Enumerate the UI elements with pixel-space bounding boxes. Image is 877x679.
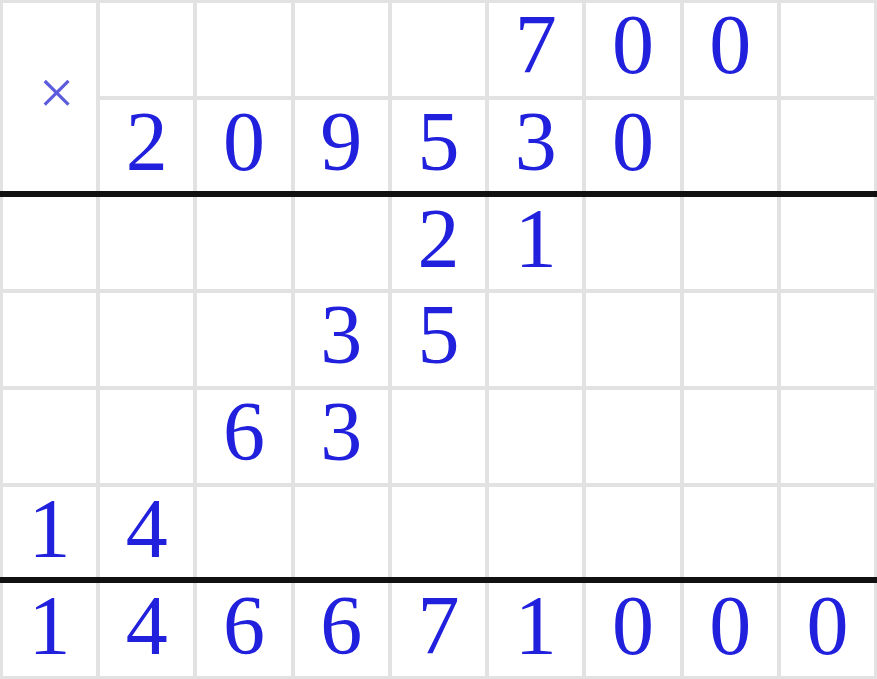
empty-cell-r4c7 bbox=[586, 293, 679, 386]
digit-cell-r7c5: 7 bbox=[392, 583, 485, 676]
empty-cell-r5c6 bbox=[489, 390, 582, 483]
empty-cell-r6c8 bbox=[684, 487, 777, 580]
empty-cell-r2c8 bbox=[684, 100, 777, 193]
digit-cell-r6c2: 4 bbox=[100, 487, 193, 580]
digit-cell-r2c2: 2 bbox=[100, 100, 193, 193]
digit-cell-r7c7: 0 bbox=[586, 583, 679, 676]
digit-cell-r7c4: 6 bbox=[295, 583, 388, 676]
digit-cell-r7c2: 4 bbox=[100, 583, 193, 676]
empty-cell-r6c5 bbox=[392, 487, 485, 580]
empty-cell-r5c2 bbox=[100, 390, 193, 483]
empty-cell-r3c2 bbox=[100, 196, 193, 289]
digit-cell-r7c6: 1 bbox=[489, 583, 582, 676]
empty-cell-r4c3 bbox=[197, 293, 290, 386]
empty-cell-r3c8 bbox=[684, 196, 777, 289]
empty-cell-r4c2 bbox=[100, 293, 193, 386]
digit-cell-r2c6: 3 bbox=[489, 100, 582, 193]
empty-cell-r3c3 bbox=[197, 196, 290, 289]
digit-cell-r5c4: 3 bbox=[295, 390, 388, 483]
empty-cell-r1c4 bbox=[295, 3, 388, 96]
empty-cell-r4c9 bbox=[781, 293, 874, 386]
digit-cell-r2c3: 0 bbox=[197, 100, 290, 193]
digit-cell-r1c6: 7 bbox=[489, 3, 582, 96]
digit-cell-r2c5: 5 bbox=[392, 100, 485, 193]
digit-cell-r6c1: 1 bbox=[3, 487, 96, 580]
empty-cell-r4c8 bbox=[684, 293, 777, 386]
empty-cell-r5c7 bbox=[586, 390, 679, 483]
digit-cell-r3c5: 2 bbox=[392, 196, 485, 289]
digit-cell-r3c6: 1 bbox=[489, 196, 582, 289]
empty-cell-r6c3 bbox=[197, 487, 290, 580]
digit-cell-r4c4: 3 bbox=[295, 293, 388, 386]
digit-cell-r7c9: 0 bbox=[781, 583, 874, 676]
digit-cell-r7c3: 6 bbox=[197, 583, 290, 676]
empty-cell-r3c4 bbox=[295, 196, 388, 289]
digit-cell-r7c1: 1 bbox=[3, 583, 96, 676]
empty-cell-r4c1 bbox=[3, 293, 96, 386]
multiplication-grid: × 70020953021356314146671000 bbox=[0, 0, 877, 679]
digit-cell-r1c7: 0 bbox=[586, 3, 679, 96]
empty-cell-r5c5 bbox=[392, 390, 485, 483]
empty-cell-r3c9 bbox=[781, 196, 874, 289]
empty-cell-r3c1 bbox=[3, 196, 96, 289]
multiply-icon: × bbox=[39, 61, 75, 125]
empty-cell-r2c9 bbox=[781, 100, 874, 193]
digit-cell-r1c8: 0 bbox=[684, 3, 777, 96]
empty-cell-r1c5 bbox=[392, 3, 485, 96]
empty-cell-r5c1 bbox=[3, 390, 96, 483]
digit-cell-r5c3: 6 bbox=[197, 390, 290, 483]
empty-cell-r5c9 bbox=[781, 390, 874, 483]
empty-cell-r5c8 bbox=[684, 390, 777, 483]
rule-line-under-partial-products bbox=[0, 577, 877, 583]
rule-line-under-factors bbox=[0, 191, 877, 197]
empty-cell-r1c2 bbox=[100, 3, 193, 96]
operator-cell: × bbox=[3, 3, 96, 192]
empty-cell-r6c9 bbox=[781, 487, 874, 580]
empty-cell-r1c3 bbox=[197, 3, 290, 96]
empty-cell-r6c6 bbox=[489, 487, 582, 580]
digit-cell-r2c7: 0 bbox=[586, 100, 679, 193]
empty-cell-r6c4 bbox=[295, 487, 388, 580]
empty-cell-r3c7 bbox=[586, 196, 679, 289]
digit-cell-r2c4: 9 bbox=[295, 100, 388, 193]
empty-cell-r4c6 bbox=[489, 293, 582, 386]
digit-cell-r7c8: 0 bbox=[684, 583, 777, 676]
empty-cell-r6c7 bbox=[586, 487, 679, 580]
digit-cell-r4c5: 5 bbox=[392, 293, 485, 386]
empty-cell-r1c9 bbox=[781, 3, 874, 96]
